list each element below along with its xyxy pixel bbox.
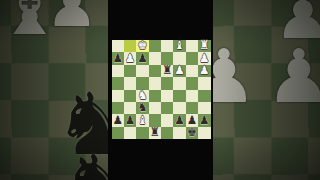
square-d4[interactable] bbox=[161, 77, 173, 89]
square-h8[interactable] bbox=[112, 127, 124, 139]
square-f2[interactable]: ♟ bbox=[136, 52, 148, 64]
square-b5[interactable] bbox=[186, 90, 198, 102]
black-pawn[interactable]: ♟ bbox=[112, 115, 122, 127]
black-king[interactable]: ♚ bbox=[187, 127, 197, 139]
square-a5[interactable] bbox=[198, 90, 210, 102]
video-frame: ♝♟♞♞♟♟♟ ♚♝♜♟♟♟♟♜♟♟♞♞♟♟♝♟♟♟♜♚ bbox=[0, 0, 320, 180]
square-h5[interactable] bbox=[112, 90, 124, 102]
square-c8[interactable] bbox=[173, 127, 185, 139]
square-c7[interactable]: ♟ bbox=[173, 114, 185, 126]
square-g2[interactable]: ♟ bbox=[124, 52, 136, 64]
square-g4[interactable] bbox=[124, 77, 136, 89]
white-pawn[interactable]: ♟ bbox=[125, 53, 135, 65]
square-e6[interactable] bbox=[149, 102, 161, 114]
square-c3[interactable]: ♟ bbox=[173, 65, 185, 77]
black-pawn[interactable]: ♟ bbox=[174, 115, 184, 127]
black-pawn[interactable]: ♟ bbox=[125, 115, 135, 127]
square-e1[interactable] bbox=[149, 40, 161, 52]
square-b3[interactable] bbox=[186, 65, 198, 77]
square-a3[interactable]: ♟ bbox=[198, 65, 210, 77]
square-c4[interactable] bbox=[173, 77, 185, 89]
square-a7[interactable]: ♟ bbox=[198, 114, 210, 126]
square-h7[interactable]: ♟ bbox=[112, 114, 124, 126]
chess-board: ♚♝♜♟♟♟♟♜♟♟♞♞♟♟♝♟♟♟♜♚ bbox=[112, 40, 211, 139]
square-f8[interactable] bbox=[136, 127, 148, 139]
square-c1[interactable]: ♝ bbox=[173, 40, 185, 52]
square-g7[interactable]: ♟ bbox=[124, 114, 136, 126]
square-b1[interactable] bbox=[186, 40, 198, 52]
black-pawn[interactable]: ♟ bbox=[112, 53, 122, 65]
square-b8[interactable]: ♚ bbox=[186, 127, 198, 139]
square-g3[interactable] bbox=[124, 65, 136, 77]
square-a4[interactable] bbox=[198, 77, 210, 89]
square-d3[interactable]: ♜ bbox=[161, 65, 173, 77]
square-e2[interactable] bbox=[149, 52, 161, 64]
black-rook[interactable]: ♜ bbox=[162, 65, 172, 77]
square-d7[interactable] bbox=[161, 114, 173, 126]
black-pawn[interactable]: ♟ bbox=[137, 53, 147, 65]
square-d6[interactable] bbox=[161, 102, 173, 114]
square-e8[interactable]: ♜ bbox=[149, 127, 161, 139]
square-a8[interactable] bbox=[198, 127, 210, 139]
white-pawn[interactable]: ♟ bbox=[174, 65, 184, 77]
square-g8[interactable] bbox=[124, 127, 136, 139]
square-f3[interactable] bbox=[136, 65, 148, 77]
white-bishop[interactable]: ♝ bbox=[174, 40, 184, 52]
square-d8[interactable] bbox=[161, 127, 173, 139]
square-h4[interactable] bbox=[112, 77, 124, 89]
square-h2[interactable]: ♟ bbox=[112, 52, 124, 64]
black-pawn[interactable]: ♟ bbox=[199, 115, 209, 127]
black-rook[interactable]: ♜ bbox=[150, 127, 160, 139]
white-bishop[interactable]: ♝ bbox=[137, 115, 147, 127]
square-e4[interactable] bbox=[149, 77, 161, 89]
square-b2[interactable] bbox=[186, 52, 198, 64]
square-f7[interactable]: ♝ bbox=[136, 114, 148, 126]
square-b4[interactable] bbox=[186, 77, 198, 89]
square-c5[interactable] bbox=[173, 90, 185, 102]
square-d5[interactable] bbox=[161, 90, 173, 102]
white-pawn[interactable]: ♟ bbox=[199, 65, 209, 77]
square-h3[interactable] bbox=[112, 65, 124, 77]
square-g5[interactable] bbox=[124, 90, 136, 102]
square-e5[interactable] bbox=[149, 90, 161, 102]
square-d1[interactable] bbox=[161, 40, 173, 52]
square-e3[interactable] bbox=[149, 65, 161, 77]
